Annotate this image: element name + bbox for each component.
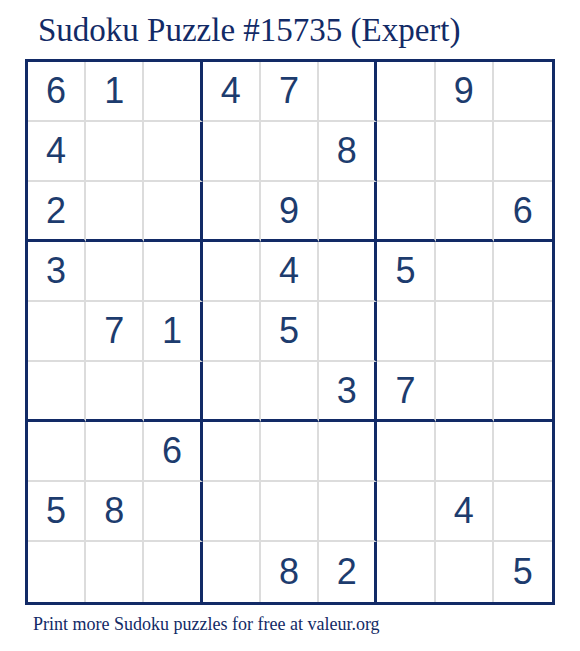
cell-r9c9[interactable]: 5 (494, 542, 552, 602)
cell-r7c8[interactable] (436, 422, 494, 482)
cell-r6c7[interactable]: 7 (377, 362, 435, 422)
sudoku-grid: 6147948296345715376584825 (25, 59, 555, 605)
cell-r6c1[interactable] (28, 362, 86, 422)
cell-r9c8[interactable] (436, 542, 494, 602)
cell-r8c9[interactable] (494, 482, 552, 542)
cell-r9c6[interactable]: 2 (319, 542, 377, 602)
cell-r3c9[interactable]: 6 (494, 182, 552, 242)
cell-r1c4[interactable]: 4 (203, 62, 261, 122)
cell-r4c4[interactable] (203, 242, 261, 302)
cell-r8c4[interactable] (203, 482, 261, 542)
cell-r8c3[interactable] (144, 482, 202, 542)
cell-r2c7[interactable] (377, 122, 435, 182)
cell-r8c2[interactable]: 8 (86, 482, 144, 542)
cell-r3c8[interactable] (436, 182, 494, 242)
cell-r4c9[interactable] (494, 242, 552, 302)
cell-r5c6[interactable] (319, 302, 377, 362)
cell-r4c5[interactable]: 4 (261, 242, 319, 302)
cell-r9c3[interactable] (144, 542, 202, 602)
cell-r6c9[interactable] (494, 362, 552, 422)
cell-r5c5[interactable]: 5 (261, 302, 319, 362)
cell-r3c4[interactable] (203, 182, 261, 242)
cell-r8c1[interactable]: 5 (28, 482, 86, 542)
cell-r7c6[interactable] (319, 422, 377, 482)
cell-r5c4[interactable] (203, 302, 261, 362)
cell-r2c2[interactable] (86, 122, 144, 182)
cell-r1c8[interactable]: 9 (436, 62, 494, 122)
cell-r2c9[interactable] (494, 122, 552, 182)
cell-r5c9[interactable] (494, 302, 552, 362)
page-title: Sudoku Puzzle #15735 (Expert) (38, 11, 461, 49)
cell-r9c2[interactable] (86, 542, 144, 602)
cell-r2c3[interactable] (144, 122, 202, 182)
cell-r6c6[interactable]: 3 (319, 362, 377, 422)
footer-text: Print more Sudoku puzzles for free at va… (33, 612, 380, 636)
cell-r1c1[interactable]: 6 (28, 62, 86, 122)
cell-r7c2[interactable] (86, 422, 144, 482)
cell-r9c7[interactable] (377, 542, 435, 602)
cell-r8c5[interactable] (261, 482, 319, 542)
cell-r9c5[interactable]: 8 (261, 542, 319, 602)
cell-r2c5[interactable] (261, 122, 319, 182)
cell-r6c3[interactable] (144, 362, 202, 422)
cell-r5c7[interactable] (377, 302, 435, 362)
cell-r7c9[interactable] (494, 422, 552, 482)
cell-r5c1[interactable] (28, 302, 86, 362)
cell-r3c3[interactable] (144, 182, 202, 242)
cell-r3c2[interactable] (86, 182, 144, 242)
cell-r1c3[interactable] (144, 62, 202, 122)
cell-r3c6[interactable] (319, 182, 377, 242)
cell-r4c2[interactable] (86, 242, 144, 302)
cell-r3c1[interactable]: 2 (28, 182, 86, 242)
cell-r5c3[interactable]: 1 (144, 302, 202, 362)
cell-r2c6[interactable]: 8 (319, 122, 377, 182)
cell-r8c8[interactable]: 4 (436, 482, 494, 542)
cell-r1c5[interactable]: 7 (261, 62, 319, 122)
cell-r7c5[interactable] (261, 422, 319, 482)
cell-r7c4[interactable] (203, 422, 261, 482)
cell-r9c4[interactable] (203, 542, 261, 602)
cell-r2c4[interactable] (203, 122, 261, 182)
cell-r1c6[interactable] (319, 62, 377, 122)
cell-r2c8[interactable] (436, 122, 494, 182)
cell-r4c3[interactable] (144, 242, 202, 302)
cell-r5c2[interactable]: 7 (86, 302, 144, 362)
cell-r7c7[interactable] (377, 422, 435, 482)
cell-r4c6[interactable] (319, 242, 377, 302)
cell-r3c7[interactable] (377, 182, 435, 242)
cell-r1c2[interactable]: 1 (86, 62, 144, 122)
cell-r6c2[interactable] (86, 362, 144, 422)
cell-r6c5[interactable] (261, 362, 319, 422)
cell-r5c8[interactable] (436, 302, 494, 362)
cell-r1c7[interactable] (377, 62, 435, 122)
cell-r4c7[interactable]: 5 (377, 242, 435, 302)
cell-r1c9[interactable] (494, 62, 552, 122)
cell-r7c1[interactable] (28, 422, 86, 482)
cell-r2c1[interactable]: 4 (28, 122, 86, 182)
cell-r4c8[interactable] (436, 242, 494, 302)
cell-r9c1[interactable] (28, 542, 86, 602)
cell-r6c8[interactable] (436, 362, 494, 422)
cell-r7c3[interactable]: 6 (144, 422, 202, 482)
cell-r3c5[interactable]: 9 (261, 182, 319, 242)
cell-r8c7[interactable] (377, 482, 435, 542)
cell-r4c1[interactable]: 3 (28, 242, 86, 302)
cell-r6c4[interactable] (203, 362, 261, 422)
cell-r8c6[interactable] (319, 482, 377, 542)
